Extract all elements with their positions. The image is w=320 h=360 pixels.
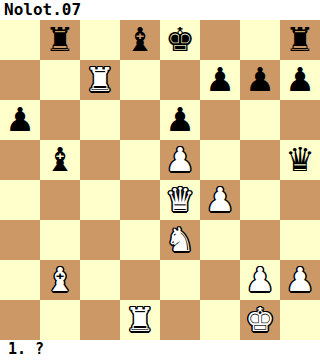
square-a7[interactable] <box>0 60 40 100</box>
square-c4[interactable] <box>80 180 120 220</box>
square-e5[interactable]: ♟ <box>160 140 200 180</box>
square-d6[interactable] <box>120 100 160 140</box>
square-d7[interactable] <box>120 60 160 100</box>
square-d5[interactable] <box>120 140 160 180</box>
square-e1[interactable] <box>160 300 200 340</box>
square-c8[interactable] <box>80 20 120 60</box>
square-c1[interactable] <box>80 300 120 340</box>
square-b7[interactable] <box>40 60 80 100</box>
square-g6[interactable] <box>240 100 280 140</box>
square-d4[interactable] <box>120 180 160 220</box>
white-bishop-icon: ♝ <box>40 260 80 300</box>
white-pawn-icon: ♟ <box>240 260 280 300</box>
white-knight-icon: ♞ <box>160 220 200 260</box>
square-h8[interactable]: ♜ <box>280 20 320 60</box>
square-g5[interactable] <box>240 140 280 180</box>
white-rook-icon: ♜ <box>80 60 120 100</box>
square-g4[interactable] <box>240 180 280 220</box>
black-pawn-icon: ♟ <box>0 100 40 140</box>
square-e3[interactable]: ♞ <box>160 220 200 260</box>
white-pawn-icon: ♟ <box>160 140 200 180</box>
square-c5[interactable] <box>80 140 120 180</box>
square-b1[interactable] <box>40 300 80 340</box>
square-a8[interactable] <box>0 20 40 60</box>
white-pawn-icon: ♟ <box>280 260 320 300</box>
square-g2[interactable]: ♟ <box>240 260 280 300</box>
black-rook-icon: ♜ <box>280 20 320 60</box>
square-e8[interactable]: ♚ <box>160 20 200 60</box>
square-h2[interactable]: ♟ <box>280 260 320 300</box>
square-f3[interactable] <box>200 220 240 260</box>
square-b2[interactable]: ♝ <box>40 260 80 300</box>
square-f7[interactable]: ♟ <box>200 60 240 100</box>
square-h6[interactable] <box>280 100 320 140</box>
square-e7[interactable] <box>160 60 200 100</box>
square-g7[interactable]: ♟ <box>240 60 280 100</box>
square-c3[interactable] <box>80 220 120 260</box>
diagram-title: Nolot.07 <box>0 0 320 20</box>
black-pawn-icon: ♟ <box>240 60 280 100</box>
square-d2[interactable] <box>120 260 160 300</box>
square-d8[interactable]: ♝ <box>120 20 160 60</box>
square-e2[interactable] <box>160 260 200 300</box>
chess-board: ♜♝♚♜♜♟♟♟♟♟♝♟♛♛♟♞♝♟♟♜♚ <box>0 20 320 340</box>
black-king-icon: ♚ <box>160 20 200 60</box>
white-rook-icon: ♜ <box>120 300 160 340</box>
square-h4[interactable] <box>280 180 320 220</box>
square-c7[interactable]: ♜ <box>80 60 120 100</box>
black-pawn-icon: ♟ <box>200 60 240 100</box>
square-g3[interactable] <box>240 220 280 260</box>
square-a2[interactable] <box>0 260 40 300</box>
square-b6[interactable] <box>40 100 80 140</box>
square-a1[interactable] <box>0 300 40 340</box>
square-b8[interactable]: ♜ <box>40 20 80 60</box>
square-f2[interactable] <box>200 260 240 300</box>
square-f6[interactable] <box>200 100 240 140</box>
square-h7[interactable]: ♟ <box>280 60 320 100</box>
square-a5[interactable] <box>0 140 40 180</box>
white-queen-icon: ♛ <box>160 180 200 220</box>
square-g8[interactable] <box>240 20 280 60</box>
black-queen-icon: ♛ <box>280 140 320 180</box>
square-f4[interactable]: ♟ <box>200 180 240 220</box>
square-d1[interactable]: ♜ <box>120 300 160 340</box>
black-rook-icon: ♜ <box>40 20 80 60</box>
black-bishop-icon: ♝ <box>40 140 80 180</box>
square-h3[interactable] <box>280 220 320 260</box>
square-b3[interactable] <box>40 220 80 260</box>
square-a3[interactable] <box>0 220 40 260</box>
move-prompt: 1. ? <box>0 340 320 360</box>
black-bishop-icon: ♝ <box>120 20 160 60</box>
square-e6[interactable]: ♟ <box>160 100 200 140</box>
square-b4[interactable] <box>40 180 80 220</box>
white-king-icon: ♚ <box>240 300 280 340</box>
square-h1[interactable] <box>280 300 320 340</box>
square-a6[interactable]: ♟ <box>0 100 40 140</box>
black-pawn-icon: ♟ <box>280 60 320 100</box>
square-g1[interactable]: ♚ <box>240 300 280 340</box>
square-e4[interactable]: ♛ <box>160 180 200 220</box>
square-b5[interactable]: ♝ <box>40 140 80 180</box>
square-h5[interactable]: ♛ <box>280 140 320 180</box>
square-f5[interactable] <box>200 140 240 180</box>
square-c2[interactable] <box>80 260 120 300</box>
square-a4[interactable] <box>0 180 40 220</box>
white-pawn-icon: ♟ <box>200 180 240 220</box>
chess-diagram-window: Nolot.07 ♜♝♚♜♜♟♟♟♟♟♝♟♛♛♟♞♝♟♟♜♚ 1. ? <box>0 0 320 360</box>
square-c6[interactable] <box>80 100 120 140</box>
black-pawn-icon: ♟ <box>160 100 200 140</box>
square-d3[interactable] <box>120 220 160 260</box>
square-f1[interactable] <box>200 300 240 340</box>
square-f8[interactable] <box>200 20 240 60</box>
